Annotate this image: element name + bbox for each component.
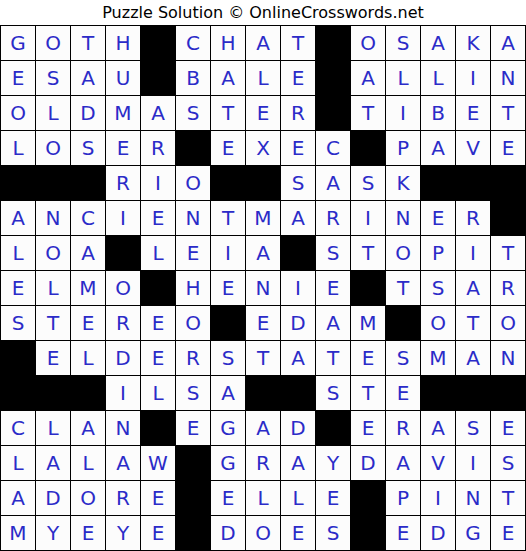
cell-letter: L (12, 453, 23, 473)
grid-cell-r10c7: S (211, 341, 245, 375)
grid-cell-r5c9: S (281, 166, 315, 200)
cell-letter: E (327, 488, 340, 508)
cell-letter: E (187, 243, 200, 263)
block-cell-r5c15 (491, 166, 525, 200)
cell-letter: M (359, 313, 376, 333)
grid-cell-r1c2: O (36, 26, 70, 60)
block-cell-r2c5 (141, 61, 175, 95)
grid-cell-r15c12: E (386, 516, 420, 550)
cell-letter: D (220, 523, 235, 543)
cell-letter: U (116, 68, 131, 88)
cell-letter: N (46, 208, 61, 228)
cell-letter: E (432, 208, 445, 228)
grid-cell-r7c1: L (1, 236, 35, 270)
grid-cell-r4c2: O (36, 131, 70, 165)
cell-letter: T (397, 278, 409, 298)
block-cell-r11c9 (281, 376, 315, 410)
grid-cell-r10c4: D (106, 341, 140, 375)
cell-letter: E (152, 208, 165, 228)
block-cell-r12c5 (141, 411, 175, 445)
cell-letter: D (290, 418, 305, 438)
grid-cell-r8c4: O (106, 271, 140, 305)
cell-letter: D (360, 453, 375, 473)
cell-letter: S (362, 173, 375, 193)
block-cell-r5c13 (421, 166, 455, 200)
block-cell-r10c1 (1, 341, 35, 375)
grid-cell-r9c2: T (36, 306, 70, 340)
cell-letter: E (257, 313, 270, 333)
cell-letter: E (222, 488, 235, 508)
grid-cell-r12c15: E (491, 411, 525, 445)
cell-letter: C (326, 138, 340, 158)
cell-letter: E (152, 488, 165, 508)
grid-cell-r7c15: T (491, 236, 525, 270)
cell-letter: E (467, 103, 480, 123)
cell-letter: M (429, 348, 446, 368)
grid-cell-r6c13: E (421, 201, 455, 235)
cell-letter: A (466, 348, 480, 368)
cell-letter: S (397, 33, 410, 53)
grid-cell-r14c4: R (106, 481, 140, 515)
cell-letter: L (82, 453, 93, 473)
grid-cell-r3c5: A (141, 96, 175, 130)
cell-letter: I (470, 453, 476, 473)
grid-cell-r12c7: G (211, 411, 245, 445)
page-title: Puzzle Solution © OnlineCrosswords.net (0, 0, 526, 25)
grid-cell-r12c4: N (106, 411, 140, 445)
grid-cell-r15c4: Y (106, 516, 140, 550)
cell-letter: M (114, 103, 131, 123)
grid-cell-r9c1: S (1, 306, 35, 340)
cell-letter: T (362, 103, 374, 123)
grid-cell-r2c14: I (456, 61, 490, 95)
grid-cell-r10c5: E (141, 341, 175, 375)
grid-cell-r1c14: K (456, 26, 490, 60)
block-cell-r7c4 (106, 236, 140, 270)
grid-cell-r9c6: O (176, 306, 210, 340)
grid-cell-r1c4: H (106, 26, 140, 60)
grid-cell-r2c1: E (1, 61, 35, 95)
grid-cell-r9c4: R (106, 306, 140, 340)
grid-cell-r14c3: O (71, 481, 105, 515)
cell-letter: N (466, 488, 481, 508)
grid-cell-r2c11: A (351, 61, 385, 95)
grid-cell-r8c15: R (491, 271, 525, 305)
cell-letter: E (257, 103, 270, 123)
cell-letter: E (292, 68, 305, 88)
cell-letter: R (256, 453, 270, 473)
grid-cell-r13c11: D (351, 446, 385, 480)
grid-cell-r9c11: M (351, 306, 385, 340)
grid-cell-r3c15: T (491, 96, 525, 130)
grid-cell-r7c10: S (316, 236, 350, 270)
grid-cell-r2c13: L (421, 61, 455, 95)
cell-letter: H (185, 278, 200, 298)
cell-letter: I (155, 173, 161, 193)
cell-letter: Y (47, 523, 59, 543)
cell-letter: A (291, 348, 305, 368)
cell-letter: H (220, 33, 235, 53)
cell-letter: S (502, 453, 515, 473)
cell-letter: G (220, 418, 236, 438)
grid-cell-r4c15: E (491, 131, 525, 165)
crossword-grid: GOTHCHATOSAKAESAUBALEALLINOLDMASTERTIBET… (0, 25, 526, 551)
cell-letter: E (502, 523, 515, 543)
grid-cell-r5c11: S (351, 166, 385, 200)
cell-letter: K (466, 33, 479, 53)
block-cell-r8c5 (141, 271, 175, 305)
grid-cell-r7c14: I (456, 236, 490, 270)
grid-cell-r1c1: G (1, 26, 35, 60)
cell-letter: E (222, 138, 235, 158)
grid-cell-r4c12: P (386, 131, 420, 165)
grid-cell-r13c5: W (141, 446, 175, 480)
grid-cell-r13c8: R (246, 446, 280, 480)
grid-cell-r15c2: Y (36, 516, 70, 550)
cell-letter: E (152, 313, 165, 333)
grid-cell-r7c11: T (351, 236, 385, 270)
grid-cell-r13c4: A (106, 446, 140, 480)
grid-cell-r10c6: R (176, 341, 210, 375)
grid-cell-r1c3: T (71, 26, 105, 60)
cell-letter: L (47, 278, 58, 298)
grid-cell-r4c5: R (141, 131, 175, 165)
cell-letter: T (222, 103, 234, 123)
cell-letter: I (400, 103, 406, 123)
cell-letter: H (115, 33, 130, 53)
grid-cell-r11c5: L (141, 376, 175, 410)
grid-cell-r4c7: E (211, 131, 245, 165)
cell-letter: S (432, 278, 445, 298)
grid-cell-r15c15: E (491, 516, 525, 550)
grid-cell-r6c4: I (106, 201, 140, 235)
block-cell-r11c14 (456, 376, 490, 410)
grid-cell-r15c14: G (456, 516, 490, 550)
cell-letter: A (151, 103, 165, 123)
cell-letter: L (257, 488, 268, 508)
cell-letter: M (254, 208, 271, 228)
cell-letter: T (82, 33, 94, 53)
block-cell-r11c13 (421, 376, 455, 410)
grid-cell-r11c7: A (211, 376, 245, 410)
cell-letter: L (257, 68, 268, 88)
cell-letter: D (115, 348, 130, 368)
cell-letter: S (327, 523, 340, 543)
grid-cell-r7c2: O (36, 236, 70, 270)
grid-cell-r9c9: D (281, 306, 315, 340)
grid-cell-r2c6: B (176, 61, 210, 95)
cell-letter: P (432, 243, 444, 263)
grid-cell-r13c2: A (36, 446, 70, 480)
grid-cell-r6c11: I (351, 201, 385, 235)
block-cell-r5c14 (456, 166, 490, 200)
grid-cell-r14c2: D (36, 481, 70, 515)
cell-letter: D (80, 103, 95, 123)
grid-cell-r7c8: A (246, 236, 280, 270)
grid-cell-r2c8: L (246, 61, 280, 95)
grid-cell-r15c9: E (281, 516, 315, 550)
cell-letter: E (117, 138, 130, 158)
grid-cell-r10c3: L (71, 341, 105, 375)
grid-cell-r12c12: R (386, 411, 420, 445)
grid-cell-r2c15: N (491, 61, 525, 95)
cell-letter: A (326, 313, 340, 333)
cell-letter: A (256, 243, 270, 263)
grid-cell-r6c9: A (281, 201, 315, 235)
cell-letter: A (466, 278, 480, 298)
grid-cell-r7c3: A (71, 236, 105, 270)
grid-cell-r10c8: T (246, 341, 280, 375)
block-cell-r14c11 (351, 481, 385, 515)
grid-cell-r12c11: E (351, 411, 385, 445)
block-cell-r7c9 (281, 236, 315, 270)
cell-letter: I (295, 278, 301, 298)
grid-cell-r15c10: S (316, 516, 350, 550)
cell-letter: A (431, 138, 445, 158)
grid-cell-r9c5: E (141, 306, 175, 340)
block-cell-r5c3 (71, 166, 105, 200)
cell-letter: S (47, 68, 60, 88)
cell-letter: L (47, 103, 58, 123)
grid-cell-r1c11: O (351, 26, 385, 60)
grid-cell-r13c10: Y (316, 446, 350, 480)
grid-cell-r15c8: O (246, 516, 280, 550)
block-cell-r11c15 (491, 376, 525, 410)
cell-letter: V (466, 138, 480, 158)
cell-letter: S (397, 348, 410, 368)
grid-cell-r5c6: O (176, 166, 210, 200)
cell-letter: A (431, 418, 445, 438)
grid-cell-r10c2: E (36, 341, 70, 375)
grid-cell-r8c1: E (1, 271, 35, 305)
cell-letter: E (152, 348, 165, 368)
grid-cell-r12c2: L (36, 411, 70, 445)
cell-letter: L (292, 488, 303, 508)
block-cell-r11c3 (71, 376, 105, 410)
cell-letter: E (292, 138, 305, 158)
cell-letter: I (365, 208, 371, 228)
grid-cell-r12c14: S (456, 411, 490, 445)
cell-letter: A (46, 453, 60, 473)
cell-letter: R (326, 208, 340, 228)
cell-letter: T (467, 313, 479, 333)
grid-cell-r9c14: T (456, 306, 490, 340)
crossword-solution-page: Puzzle Solution © OnlineCrosswords.net G… (0, 0, 526, 551)
grid-cell-r12c6: E (176, 411, 210, 445)
cell-letter: C (11, 418, 25, 438)
cell-letter: O (45, 33, 61, 53)
grid-cell-r4c8: X (246, 131, 280, 165)
grid-cell-r1c7: H (211, 26, 245, 60)
cell-letter: E (292, 523, 305, 543)
grid-cell-r3c12: I (386, 96, 420, 130)
cell-letter: A (81, 68, 95, 88)
cell-letter: O (185, 173, 201, 193)
grid-cell-r9c3: E (71, 306, 105, 340)
cell-letter: E (82, 313, 95, 333)
grid-cell-r5c4: R (106, 166, 140, 200)
grid-cell-r5c5: I (141, 166, 175, 200)
cell-letter: A (291, 453, 305, 473)
cell-letter: T (502, 103, 514, 123)
grid-cell-r2c3: A (71, 61, 105, 95)
cell-letter: R (151, 138, 165, 158)
grid-cell-r2c12: L (386, 61, 420, 95)
grid-cell-r1c9: T (281, 26, 315, 60)
cell-letter: T (222, 208, 234, 228)
cell-letter: L (152, 383, 163, 403)
block-cell-r11c1 (1, 376, 35, 410)
block-cell-r14c6 (176, 481, 210, 515)
cell-letter: C (81, 208, 95, 228)
cell-letter: R (116, 488, 130, 508)
grid-cell-r6c6: N (176, 201, 210, 235)
grid-cell-r8c2: L (36, 271, 70, 305)
grid-cell-r1c15: A (491, 26, 525, 60)
cell-letter: O (115, 278, 131, 298)
grid-cell-r9c15: O (491, 306, 525, 340)
cell-letter: T (257, 348, 269, 368)
grid-cell-r3c14: E (456, 96, 490, 130)
cell-letter: O (45, 243, 61, 263)
grid-cell-r12c9: D (281, 411, 315, 445)
cell-letter: A (256, 418, 270, 438)
cell-letter: A (361, 68, 375, 88)
block-cell-r5c8 (246, 166, 280, 200)
cell-letter: L (47, 418, 58, 438)
cell-letter: T (362, 383, 374, 403)
grid-cell-r3c9: R (281, 96, 315, 130)
block-cell-r4c6 (176, 131, 210, 165)
cell-letter: Y (117, 523, 129, 543)
cell-letter: X (256, 138, 270, 158)
cell-letter: O (80, 488, 96, 508)
cell-letter: D (290, 313, 305, 333)
grid-cell-r7c12: O (386, 236, 420, 270)
block-cell-r4c11 (351, 131, 385, 165)
grid-cell-r14c12: P (386, 481, 420, 515)
grid-cell-r4c3: S (71, 131, 105, 165)
grid-cell-r1c6: C (176, 26, 210, 60)
cell-letter: T (502, 243, 514, 263)
cell-letter: R (291, 103, 305, 123)
grid-cell-r15c7: D (211, 516, 245, 550)
cell-letter: A (291, 208, 305, 228)
grid-cell-r14c1: A (1, 481, 35, 515)
grid-cell-r6c5: E (141, 201, 175, 235)
cell-letter: G (10, 33, 26, 53)
cell-letter: M (9, 523, 26, 543)
grid-cell-r9c13: O (421, 306, 455, 340)
grid-cell-r8c12: T (386, 271, 420, 305)
grid-cell-r10c12: S (386, 341, 420, 375)
cell-letter: B (431, 103, 445, 123)
cell-letter: T (47, 313, 59, 333)
cell-letter: E (397, 383, 410, 403)
block-cell-r1c5 (141, 26, 175, 60)
cell-letter: E (82, 523, 95, 543)
grid-cell-r1c8: A (246, 26, 280, 60)
block-cell-r11c8 (246, 376, 280, 410)
grid-cell-r10c9: A (281, 341, 315, 375)
block-cell-r13c6 (176, 446, 210, 480)
grid-cell-r15c13: D (421, 516, 455, 550)
cell-letter: S (327, 243, 340, 263)
cell-letter: I (120, 383, 126, 403)
cell-letter: I (470, 68, 476, 88)
cell-letter: G (220, 453, 236, 473)
grid-cell-r13c13: V (421, 446, 455, 480)
cell-letter: I (470, 243, 476, 263)
cell-letter: S (82, 138, 95, 158)
cell-letter: S (327, 383, 340, 403)
grid-cell-r14c8: L (246, 481, 280, 515)
grid-cell-r2c4: U (106, 61, 140, 95)
cell-letter: S (222, 348, 235, 368)
grid-cell-r8c9: I (281, 271, 315, 305)
grid-cell-r10c10: T (316, 341, 350, 375)
cell-letter: N (396, 208, 411, 228)
cell-letter: A (501, 33, 515, 53)
cell-letter: C (186, 33, 200, 53)
grid-cell-r10c15: N (491, 341, 525, 375)
cell-letter: R (186, 348, 200, 368)
grid-cell-r6c2: N (36, 201, 70, 235)
cell-letter: L (152, 243, 163, 263)
cell-letter: N (256, 278, 271, 298)
grid-cell-r8c13: S (421, 271, 455, 305)
cell-letter: O (185, 313, 201, 333)
grid-cell-r10c14: A (456, 341, 490, 375)
grid-cell-r7c6: E (176, 236, 210, 270)
cell-letter: R (116, 173, 130, 193)
block-cell-r5c7 (211, 166, 245, 200)
cell-letter: L (12, 243, 23, 263)
cell-letter: O (430, 313, 446, 333)
cell-letter: O (500, 313, 516, 333)
cell-letter: S (467, 418, 480, 438)
grid-cell-r3c1: O (1, 96, 35, 130)
cell-letter: A (221, 383, 235, 403)
grid-cell-r10c13: M (421, 341, 455, 375)
grid-cell-r12c13: A (421, 411, 455, 445)
cell-letter: A (11, 488, 25, 508)
grid-cell-r15c5: E (141, 516, 175, 550)
block-cell-r8c11 (351, 271, 385, 305)
cell-letter: T (327, 348, 339, 368)
block-cell-r9c12 (386, 306, 420, 340)
cell-letter: O (360, 33, 376, 53)
grid-cell-r3c4: M (106, 96, 140, 130)
grid-cell-r4c10: C (316, 131, 350, 165)
grid-cell-r14c13: I (421, 481, 455, 515)
block-cell-r11c2 (36, 376, 70, 410)
cell-letter: R (466, 208, 480, 228)
block-cell-r15c11 (351, 516, 385, 550)
grid-cell-r2c9: E (281, 61, 315, 95)
cell-letter: P (397, 488, 409, 508)
grid-cell-r13c12: A (386, 446, 420, 480)
cell-letter: L (397, 68, 408, 88)
cell-letter: E (502, 138, 515, 158)
grid-cell-r5c10: A (316, 166, 350, 200)
grid-cell-r4c13: A (421, 131, 455, 165)
cell-letter: I (120, 208, 126, 228)
grid-cell-r11c11: T (351, 376, 385, 410)
grid-cell-r3c2: L (36, 96, 70, 130)
cell-letter: Y (327, 453, 339, 473)
cell-letter: E (327, 278, 340, 298)
